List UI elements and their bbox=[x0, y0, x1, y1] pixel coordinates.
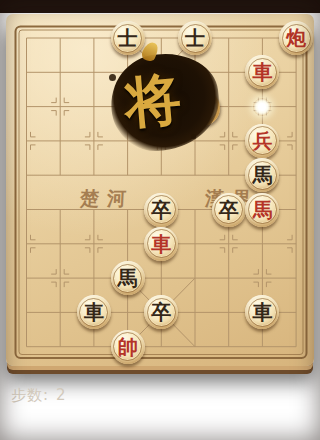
piece-label: 士 bbox=[118, 28, 138, 48]
piece-label: 將 bbox=[151, 62, 171, 82]
piece-label: 兵 bbox=[252, 131, 272, 151]
piece-red-horse[interactable]: 馬 bbox=[245, 193, 279, 227]
last-move-origin-marker bbox=[253, 98, 271, 116]
piece-label: 馬 bbox=[252, 165, 272, 185]
piece-label: 馬 bbox=[252, 200, 272, 220]
piece-label: 車 bbox=[252, 62, 272, 82]
piece-label: 帥 bbox=[118, 337, 138, 357]
piece-black-advisor-right[interactable]: 士 bbox=[178, 21, 212, 55]
piece-label: 卒 bbox=[151, 200, 171, 220]
status-bar: 步数:2 bbox=[11, 386, 67, 405]
piece-label: 車 bbox=[84, 302, 104, 322]
river-label-chu-river: 楚河 bbox=[79, 186, 134, 212]
piece-black-advisor-left[interactable]: 士 bbox=[111, 21, 145, 55]
piece-label: 馬 bbox=[118, 268, 138, 288]
xiangqi-board[interactable]: 楚河 漢界 士士炮將車兵馬卒卒馬車馬車卒車帥 军将 bbox=[6, 14, 314, 366]
piece-black-soldier-right[interactable]: 卒 bbox=[212, 193, 246, 227]
piece-red-cannon[interactable]: 炮 bbox=[279, 21, 313, 55]
piece-label: 車 bbox=[252, 302, 272, 322]
piece-black-horse-left[interactable]: 馬 bbox=[111, 261, 145, 295]
piece-label: 卒 bbox=[151, 302, 171, 322]
piece-label: 炮 bbox=[286, 28, 306, 48]
piece-label: 士 bbox=[185, 28, 205, 48]
step-counter-label: 步数: bbox=[11, 386, 49, 404]
piece-black-soldier-center[interactable]: 卒 bbox=[144, 193, 178, 227]
step-counter-value: 2 bbox=[56, 386, 67, 404]
piece-label: 卒 bbox=[219, 200, 239, 220]
piece-red-general[interactable]: 帥 bbox=[111, 330, 145, 364]
piece-red-chariot-center[interactable]: 車 bbox=[144, 227, 178, 261]
piece-label: 車 bbox=[151, 234, 171, 254]
top-screen-edge bbox=[0, 0, 320, 13]
